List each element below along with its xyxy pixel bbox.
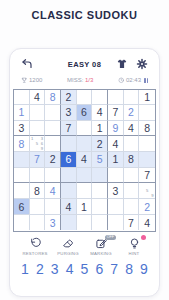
sudoku-cell[interactable] bbox=[45, 121, 61, 137]
given-digit: 7 bbox=[128, 217, 134, 229]
sudoku-cell[interactable] bbox=[77, 168, 93, 184]
sudoku-cell[interactable] bbox=[108, 90, 124, 106]
eraser-icon bbox=[62, 237, 75, 250]
sudoku-cell[interactable]: 1 bbox=[108, 152, 124, 168]
sudoku-cell[interactable]: 3 bbox=[108, 183, 124, 199]
sudoku-cell[interactable] bbox=[139, 105, 155, 121]
lightbulb-icon bbox=[128, 237, 141, 250]
hint-button[interactable]: HINT bbox=[122, 237, 146, 256]
given-digit: 4 bbox=[65, 201, 71, 213]
score-indicator: 1200 bbox=[21, 77, 42, 84]
sudoku-cell[interactable]: 4 bbox=[124, 121, 140, 137]
given-digit: 7 bbox=[112, 106, 118, 118]
timer: 02:43 bbox=[118, 77, 148, 84]
sudoku-cell[interactable] bbox=[92, 90, 108, 106]
sudoku-cell[interactable]: 13569 bbox=[30, 136, 46, 152]
sudoku-cell[interactable] bbox=[124, 199, 140, 215]
undo-label: RESTORES bbox=[22, 251, 47, 256]
sudoku-cell[interactable]: 7 bbox=[139, 168, 155, 184]
undo-icon bbox=[29, 237, 42, 250]
sudoku-cell[interactable]: 7 bbox=[108, 105, 124, 121]
sudoku-cell[interactable]: 2 bbox=[124, 105, 140, 121]
sudoku-cell[interactable] bbox=[124, 136, 140, 152]
sudoku-cell[interactable]: 8 bbox=[45, 90, 61, 106]
notes-toggle-badge: OFF bbox=[105, 235, 116, 240]
sudoku-cell[interactable]: 3 bbox=[45, 215, 61, 231]
sudoku-cell[interactable]: 2 bbox=[45, 152, 61, 168]
time-value: 02:43 bbox=[126, 77, 141, 83]
given-digit: 2 bbox=[97, 138, 103, 150]
sudoku-cell[interactable] bbox=[14, 152, 30, 168]
sudoku-cell[interactable] bbox=[108, 215, 124, 231]
sudoku-cell[interactable]: 4 bbox=[92, 105, 108, 121]
sudoku-cell[interactable]: 4 bbox=[139, 215, 155, 231]
sudoku-cell[interactable] bbox=[61, 168, 77, 184]
erase-button[interactable]: PURGING bbox=[56, 237, 80, 256]
settings-button[interactable] bbox=[136, 58, 148, 70]
sudoku-cell[interactable] bbox=[30, 105, 46, 121]
sudoku-cell[interactable] bbox=[45, 199, 61, 215]
trophy-icon bbox=[21, 77, 28, 84]
sudoku-cell[interactable] bbox=[77, 215, 93, 231]
numpad-7[interactable]: 7 bbox=[108, 261, 120, 277]
sudoku-cell[interactable]: 7 bbox=[30, 152, 46, 168]
sudoku-cell[interactable]: 8 bbox=[124, 152, 140, 168]
sudoku-cell[interactable]: 8 bbox=[30, 183, 46, 199]
sudoku-cell[interactable] bbox=[14, 90, 30, 106]
sudoku-cell[interactable] bbox=[124, 183, 140, 199]
sudoku-cell[interactable] bbox=[92, 199, 108, 215]
player-digit: 9 bbox=[112, 122, 118, 134]
miss-indicator: MISS: 1/3 bbox=[67, 77, 93, 83]
game-card: EASY 08 bbox=[9, 48, 160, 297]
notes-button[interactable]: OFF MARKING bbox=[89, 237, 113, 256]
sudoku-cell[interactable]: 8 bbox=[139, 121, 155, 137]
numpad-3[interactable]: 3 bbox=[49, 261, 61, 277]
player-digit: 5 bbox=[97, 153, 103, 165]
player-digit: 6 bbox=[65, 153, 71, 165]
score-value: 1200 bbox=[29, 77, 42, 83]
sudoku-cell[interactable] bbox=[77, 121, 93, 137]
sudoku-cell[interactable]: 3 bbox=[61, 105, 77, 121]
numpad-4[interactable]: 4 bbox=[64, 261, 76, 277]
sudoku-cell[interactable] bbox=[92, 215, 108, 231]
given-digit: 1 bbox=[144, 91, 150, 103]
sudoku-cell[interactable]: 9 bbox=[108, 121, 124, 137]
given-digit: 8 bbox=[128, 153, 134, 165]
given-digit: 6 bbox=[81, 106, 87, 118]
header-bar: EASY 08 bbox=[10, 57, 159, 71]
toolbar: RESTORES PURGING OFF MARKING bbox=[10, 237, 159, 256]
gear-icon bbox=[136, 58, 148, 70]
number-pad: 1 2 3 4 5 6 7 8 9 bbox=[10, 261, 159, 277]
sudoku-cell[interactable]: 2 bbox=[61, 90, 77, 106]
miss-value: 1/3 bbox=[85, 77, 93, 83]
sudoku-cell[interactable]: 3 bbox=[14, 121, 30, 137]
numpad-2[interactable]: 2 bbox=[34, 261, 46, 277]
numpad-9[interactable]: 9 bbox=[138, 261, 150, 277]
sudoku-cell[interactable] bbox=[108, 199, 124, 215]
player-digit: 4 bbox=[50, 185, 56, 197]
sudoku-cell[interactable] bbox=[139, 136, 155, 152]
pause-button[interactable] bbox=[144, 78, 148, 83]
miss-label: MISS: bbox=[67, 77, 83, 83]
sudoku-cell[interactable]: 4 bbox=[108, 136, 124, 152]
sudoku-cell[interactable] bbox=[61, 215, 77, 231]
theme-button[interactable] bbox=[116, 58, 128, 70]
sudoku-cell[interactable] bbox=[14, 168, 30, 184]
note-digit: 9 bbox=[39, 146, 44, 151]
page-title: CLASSIC SUDOKU bbox=[0, 9, 169, 21]
sudoku-cell[interactable]: 8 bbox=[14, 136, 30, 152]
sudoku-cell[interactable] bbox=[45, 105, 61, 121]
sudoku-cell[interactable]: 1 bbox=[139, 90, 155, 106]
sudoku-cell[interactable]: 6 bbox=[61, 152, 77, 168]
note-digit: 9 bbox=[150, 193, 155, 198]
player-digit: 2 bbox=[144, 201, 150, 213]
sudoku-cell[interactable] bbox=[14, 215, 30, 231]
given-digit: 2 bbox=[65, 91, 71, 103]
given-digit: 1 bbox=[81, 201, 87, 213]
sudoku-cell[interactable] bbox=[77, 90, 93, 106]
sudoku-cell[interactable] bbox=[30, 199, 46, 215]
given-digit: 7 bbox=[65, 122, 71, 134]
sudoku-cell[interactable]: 6 bbox=[14, 199, 30, 215]
sudoku-cell[interactable] bbox=[45, 168, 61, 184]
sudoku-cell[interactable] bbox=[30, 168, 46, 184]
sudoku-cell[interactable] bbox=[30, 121, 46, 137]
sudoku-cell[interactable]: 1 bbox=[92, 121, 108, 137]
numpad-1[interactable]: 1 bbox=[19, 261, 31, 277]
sudoku-board: 4821136472371948813569247264518784359641… bbox=[13, 89, 156, 232]
given-digit: 4 bbox=[128, 122, 134, 134]
sudoku-cell[interactable]: 6 bbox=[77, 105, 93, 121]
sudoku-cell[interactable]: 7 bbox=[61, 121, 77, 137]
sudoku-cell[interactable] bbox=[77, 136, 93, 152]
sudoku-cell[interactable] bbox=[61, 183, 77, 199]
sudoku-cell[interactable]: 2 bbox=[139, 199, 155, 215]
given-digit: 4 bbox=[81, 153, 87, 165]
given-digit: 8 bbox=[34, 185, 40, 197]
stats-bar: 1200 MISS: 1/3 02:43 bbox=[10, 77, 159, 84]
player-digit: 8 bbox=[18, 138, 24, 150]
given-digit: 3 bbox=[65, 106, 71, 118]
sudoku-cell[interactable] bbox=[124, 90, 140, 106]
sudoku-cell[interactable]: 1 bbox=[77, 199, 93, 215]
given-digit: 4 bbox=[112, 138, 118, 150]
sudoku-cell[interactable]: 7 bbox=[124, 215, 140, 231]
sudoku-cell[interactable]: 2 bbox=[92, 136, 108, 152]
app-screen: CLASSIC SUDOKU EASY 08 bbox=[0, 0, 169, 300]
pencil-notes: 59 bbox=[139, 183, 155, 198]
sudoku-cell[interactable]: 4 bbox=[30, 90, 46, 106]
given-digit: 4 bbox=[34, 91, 40, 103]
sudoku-cell[interactable]: 4 bbox=[45, 183, 61, 199]
sudoku-cell[interactable]: 4 bbox=[61, 199, 77, 215]
player-digit: 1 bbox=[18, 106, 24, 118]
player-digit: 3 bbox=[50, 217, 56, 229]
sudoku-cell[interactable] bbox=[45, 136, 61, 152]
sudoku-cell[interactable] bbox=[14, 183, 30, 199]
given-digit: 4 bbox=[97, 106, 103, 118]
notes-label: MARKING bbox=[90, 251, 111, 256]
sudoku-cell[interactable] bbox=[139, 152, 155, 168]
hint-label: HINT bbox=[129, 251, 140, 256]
numpad-6[interactable]: 6 bbox=[93, 261, 105, 277]
sudoku-cell[interactable] bbox=[30, 215, 46, 231]
given-digit: 7 bbox=[144, 169, 150, 181]
given-digit: 2 bbox=[50, 153, 56, 165]
given-digit: 3 bbox=[18, 122, 24, 134]
undo-button[interactable]: RESTORES bbox=[23, 237, 47, 256]
player-digit: 2 bbox=[128, 106, 134, 118]
player-digit: 8 bbox=[50, 91, 56, 103]
sudoku-cell[interactable] bbox=[108, 168, 124, 184]
numpad-8[interactable]: 8 bbox=[123, 261, 135, 277]
given-digit: 1 bbox=[112, 153, 118, 165]
given-digit: 3 bbox=[112, 185, 118, 197]
sudoku-cell[interactable]: 59 bbox=[139, 183, 155, 199]
sudoku-cell[interactable] bbox=[124, 168, 140, 184]
shirt-icon bbox=[116, 58, 128, 70]
sudoku-cell[interactable] bbox=[92, 183, 108, 199]
numpad-5[interactable]: 5 bbox=[79, 261, 91, 277]
clock-icon bbox=[118, 77, 125, 84]
pencil-notes: 13569 bbox=[30, 136, 45, 151]
sudoku-cell[interactable] bbox=[77, 183, 93, 199]
sudoku-cell[interactable]: 5 bbox=[92, 152, 108, 168]
given-digit: 1 bbox=[97, 122, 103, 134]
sudoku-cell[interactable] bbox=[92, 168, 108, 184]
given-digit: 6 bbox=[18, 201, 24, 213]
erase-label: PURGING bbox=[57, 251, 78, 256]
given-digit: 4 bbox=[144, 217, 150, 229]
given-digit: 8 bbox=[144, 122, 150, 134]
sudoku-cell[interactable]: 1 bbox=[14, 105, 30, 121]
sudoku-cell[interactable] bbox=[61, 136, 77, 152]
player-digit: 7 bbox=[34, 153, 40, 165]
sudoku-cell[interactable]: 4 bbox=[77, 152, 93, 168]
hint-badge bbox=[141, 235, 146, 240]
